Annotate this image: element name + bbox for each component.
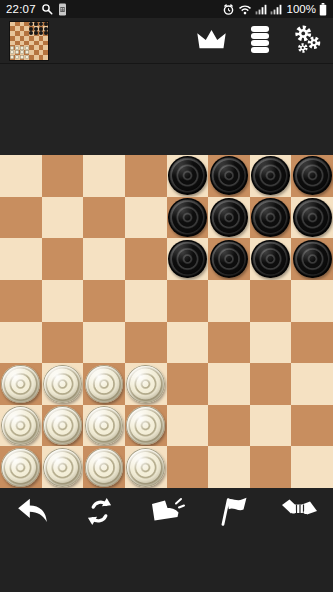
thumb-cell bbox=[43, 55, 48, 60]
square-a3[interactable] bbox=[0, 363, 42, 405]
white-piece-d3[interactable] bbox=[126, 365, 165, 404]
black-piece-e7[interactable] bbox=[168, 198, 207, 237]
square-f5[interactable] bbox=[208, 280, 250, 322]
square-e1[interactable] bbox=[167, 446, 209, 488]
square-c4[interactable] bbox=[83, 322, 125, 364]
square-f3[interactable] bbox=[208, 363, 250, 405]
square-c2[interactable] bbox=[83, 405, 125, 447]
square-g4[interactable] bbox=[250, 322, 292, 364]
undo-arrow-icon bbox=[15, 496, 51, 529]
square-a5[interactable] bbox=[0, 280, 42, 322]
wifi-icon bbox=[238, 4, 252, 15]
square-f1[interactable] bbox=[208, 446, 250, 488]
black-piece-e8[interactable] bbox=[168, 156, 207, 195]
square-g1[interactable] bbox=[250, 446, 292, 488]
crown-icon bbox=[196, 28, 227, 54]
square-g6[interactable] bbox=[250, 238, 292, 280]
square-c1[interactable] bbox=[83, 446, 125, 488]
battery-icon bbox=[319, 3, 327, 16]
square-h1[interactable] bbox=[291, 446, 333, 488]
handshake-icon bbox=[281, 496, 318, 524]
black-piece-g6[interactable] bbox=[251, 240, 290, 279]
status-left: 22:07 bbox=[6, 3, 67, 16]
square-d2[interactable] bbox=[125, 405, 167, 447]
bottom-toolbar bbox=[0, 488, 333, 592]
square-a1[interactable] bbox=[0, 446, 42, 488]
square-h6[interactable] bbox=[291, 238, 333, 280]
square-c6[interactable] bbox=[83, 238, 125, 280]
square-c5[interactable] bbox=[83, 280, 125, 322]
board bbox=[0, 155, 333, 488]
resign-button[interactable] bbox=[200, 496, 267, 531]
black-piece-h8[interactable] bbox=[293, 156, 332, 195]
white-piece-a3[interactable] bbox=[1, 365, 40, 404]
square-c3[interactable] bbox=[83, 363, 125, 405]
signal-icon bbox=[270, 3, 282, 15]
top-toolbar bbox=[0, 18, 333, 64]
square-e4[interactable] bbox=[167, 322, 209, 364]
square-b5[interactable] bbox=[42, 280, 84, 322]
kick-button[interactable] bbox=[133, 496, 200, 527]
white-piece-b1[interactable] bbox=[43, 448, 82, 487]
square-b8[interactable] bbox=[42, 155, 84, 197]
white-piece-c1[interactable] bbox=[85, 448, 124, 487]
square-g8[interactable] bbox=[250, 155, 292, 197]
undo-button[interactable] bbox=[0, 496, 67, 529]
black-piece-f6[interactable] bbox=[210, 240, 249, 279]
black-piece-f8[interactable] bbox=[210, 156, 249, 195]
battery-percent: 100% bbox=[287, 3, 316, 15]
square-a8[interactable] bbox=[0, 155, 42, 197]
square-f8[interactable] bbox=[208, 155, 250, 197]
square-a7[interactable] bbox=[0, 197, 42, 239]
app-screen: 22:07 100% bbox=[0, 0, 333, 592]
status-time: 22:07 bbox=[6, 3, 36, 15]
settings-gears-icon bbox=[293, 25, 321, 57]
square-b7[interactable] bbox=[42, 197, 84, 239]
square-d3[interactable] bbox=[125, 363, 167, 405]
status-bar: 22:07 100% bbox=[0, 0, 333, 18]
square-d1[interactable] bbox=[125, 446, 167, 488]
black-piece-g8[interactable] bbox=[251, 156, 290, 195]
square-h3[interactable] bbox=[291, 363, 333, 405]
swap-arrows-icon bbox=[86, 496, 113, 530]
alarm-icon bbox=[222, 3, 235, 16]
square-d6[interactable] bbox=[125, 238, 167, 280]
white-piece-b3[interactable] bbox=[43, 365, 82, 404]
board-thumbnail[interactable] bbox=[10, 22, 48, 60]
square-b3[interactable] bbox=[42, 363, 84, 405]
square-g5[interactable] bbox=[250, 280, 292, 322]
white-piece-d2[interactable] bbox=[126, 406, 165, 445]
square-d7[interactable] bbox=[125, 197, 167, 239]
square-a6[interactable] bbox=[0, 238, 42, 280]
settings-button[interactable] bbox=[291, 23, 323, 59]
square-h2[interactable] bbox=[291, 405, 333, 447]
square-g7[interactable] bbox=[250, 197, 292, 239]
square-g2[interactable] bbox=[250, 405, 292, 447]
square-c8[interactable] bbox=[83, 155, 125, 197]
square-a2[interactable] bbox=[0, 405, 42, 447]
square-b6[interactable] bbox=[42, 238, 84, 280]
notification-icon bbox=[58, 3, 67, 16]
boot-kick-icon bbox=[148, 496, 185, 527]
square-f7[interactable] bbox=[208, 197, 250, 239]
square-h4[interactable] bbox=[291, 322, 333, 364]
black-piece-f7[interactable] bbox=[210, 198, 249, 237]
white-piece-b2[interactable] bbox=[43, 406, 82, 445]
square-d4[interactable] bbox=[125, 322, 167, 364]
square-b1[interactable] bbox=[42, 446, 84, 488]
white-piece-d1[interactable] bbox=[126, 448, 165, 487]
draw-button[interactable] bbox=[266, 496, 333, 524]
toolbar-actions bbox=[194, 23, 323, 59]
square-d5[interactable] bbox=[125, 280, 167, 322]
black-piece-g7[interactable] bbox=[251, 198, 290, 237]
square-g3[interactable] bbox=[250, 363, 292, 405]
square-f4[interactable] bbox=[208, 322, 250, 364]
coins-stack-button[interactable] bbox=[247, 23, 273, 59]
square-a4[interactable] bbox=[0, 322, 42, 364]
square-h8[interactable] bbox=[291, 155, 333, 197]
white-piece-c3[interactable] bbox=[85, 365, 124, 404]
square-b4[interactable] bbox=[42, 322, 84, 364]
status-right: 100% bbox=[222, 3, 327, 16]
crown-button[interactable] bbox=[194, 26, 229, 56]
black-piece-h6[interactable] bbox=[293, 240, 332, 279]
square-f6[interactable] bbox=[208, 238, 250, 280]
square-d8[interactable] bbox=[125, 155, 167, 197]
white-piece-c2[interactable] bbox=[85, 406, 124, 445]
coins-stack-icon bbox=[249, 25, 271, 57]
white-piece-a2[interactable] bbox=[1, 406, 40, 445]
black-piece-e6[interactable] bbox=[168, 240, 207, 279]
square-e3[interactable] bbox=[167, 363, 209, 405]
swap-button[interactable] bbox=[67, 496, 134, 530]
square-e8[interactable] bbox=[167, 155, 209, 197]
square-h7[interactable] bbox=[291, 197, 333, 239]
search-icon bbox=[41, 3, 53, 15]
square-e6[interactable] bbox=[167, 238, 209, 280]
square-b2[interactable] bbox=[42, 405, 84, 447]
square-e5[interactable] bbox=[167, 280, 209, 322]
black-piece-h7[interactable] bbox=[293, 198, 332, 237]
square-e7[interactable] bbox=[167, 197, 209, 239]
white-piece-a1[interactable] bbox=[1, 448, 40, 487]
signal-icon bbox=[255, 3, 267, 15]
square-e2[interactable] bbox=[167, 405, 209, 447]
square-f2[interactable] bbox=[208, 405, 250, 447]
square-c7[interactable] bbox=[83, 197, 125, 239]
square-h5[interactable] bbox=[291, 280, 333, 322]
flag-icon bbox=[218, 496, 249, 531]
